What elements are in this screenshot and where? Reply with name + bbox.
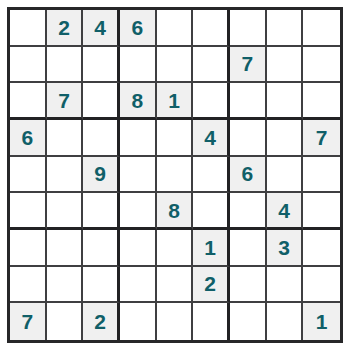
cell-r3c5[interactable]: 1: [157, 83, 194, 120]
cell-r3c4[interactable]: 8: [120, 83, 157, 120]
cell-r8c3[interactable]: [83, 267, 120, 304]
cell-r5c5[interactable]: [157, 157, 194, 194]
cell-r1c2[interactable]: 2: [47, 10, 84, 47]
cell-r8c6[interactable]: 2: [193, 267, 230, 304]
cell-r9c9[interactable]: 1: [303, 303, 340, 340]
cell-r4c5[interactable]: [157, 120, 194, 157]
cell-r3c8[interactable]: [267, 83, 304, 120]
cell-r8c5[interactable]: [157, 267, 194, 304]
cell-r5c2[interactable]: [47, 157, 84, 194]
cell-r4c8[interactable]: [267, 120, 304, 157]
cell-r5c6[interactable]: [193, 157, 230, 194]
cell-r7c7[interactable]: [230, 230, 267, 267]
cell-r7c6[interactable]: 1: [193, 230, 230, 267]
cell-r1c1[interactable]: [10, 10, 47, 47]
cell-r6c6[interactable]: [193, 193, 230, 230]
cell-r9c3[interactable]: 2: [83, 303, 120, 340]
cell-r1c7[interactable]: [230, 10, 267, 47]
cell-r4c1[interactable]: 6: [10, 120, 47, 157]
cell-r8c7[interactable]: [230, 267, 267, 304]
cell-r5c8[interactable]: [267, 157, 304, 194]
cell-r3c9[interactable]: [303, 83, 340, 120]
cell-r9c2[interactable]: [47, 303, 84, 340]
cell-r7c4[interactable]: [120, 230, 157, 267]
cell-r6c9[interactable]: [303, 193, 340, 230]
cell-r4c4[interactable]: [120, 120, 157, 157]
cell-r7c2[interactable]: [47, 230, 84, 267]
cell-r1c6[interactable]: [193, 10, 230, 47]
cell-r9c8[interactable]: [267, 303, 304, 340]
cell-r6c4[interactable]: [120, 193, 157, 230]
cell-r2c1[interactable]: [10, 47, 47, 84]
cell-r4c9[interactable]: 7: [303, 120, 340, 157]
cell-r4c2[interactable]: [47, 120, 84, 157]
cell-r7c5[interactable]: [157, 230, 194, 267]
cell-r1c5[interactable]: [157, 10, 194, 47]
cell-r2c4[interactable]: [120, 47, 157, 84]
cell-r3c3[interactable]: [83, 83, 120, 120]
cell-r6c7[interactable]: [230, 193, 267, 230]
cell-r7c9[interactable]: [303, 230, 340, 267]
cell-r2c6[interactable]: [193, 47, 230, 84]
cell-r1c9[interactable]: [303, 10, 340, 47]
cell-r6c1[interactable]: [10, 193, 47, 230]
cell-r8c8[interactable]: [267, 267, 304, 304]
cell-r4c7[interactable]: [230, 120, 267, 157]
cell-r9c4[interactable]: [120, 303, 157, 340]
cell-r9c1[interactable]: 7: [10, 303, 47, 340]
cell-r6c5[interactable]: 8: [157, 193, 194, 230]
cell-r7c3[interactable]: [83, 230, 120, 267]
cell-r5c7[interactable]: 6: [230, 157, 267, 194]
cell-r1c8[interactable]: [267, 10, 304, 47]
cell-r5c3[interactable]: 9: [83, 157, 120, 194]
cell-r9c5[interactable]: [157, 303, 194, 340]
cell-r5c1[interactable]: [10, 157, 47, 194]
cell-r7c1[interactable]: [10, 230, 47, 267]
cell-r4c3[interactable]: [83, 120, 120, 157]
cell-r3c7[interactable]: [230, 83, 267, 120]
page: 24677816479684132721: [0, 0, 350, 350]
cell-r6c3[interactable]: [83, 193, 120, 230]
cell-r6c8[interactable]: 4: [267, 193, 304, 230]
cell-r3c6[interactable]: [193, 83, 230, 120]
cell-r1c3[interactable]: 4: [83, 10, 120, 47]
cell-r7c8[interactable]: 3: [267, 230, 304, 267]
sudoku-board: 24677816479684132721: [7, 7, 343, 343]
cell-r9c7[interactable]: [230, 303, 267, 340]
cell-r2c7[interactable]: 7: [230, 47, 267, 84]
cell-r1c4[interactable]: 6: [120, 10, 157, 47]
cell-r3c2[interactable]: 7: [47, 83, 84, 120]
cell-r3c1[interactable]: [10, 83, 47, 120]
cell-r6c2[interactable]: [47, 193, 84, 230]
cell-r2c9[interactable]: [303, 47, 340, 84]
cell-r8c9[interactable]: [303, 267, 340, 304]
cell-r2c5[interactable]: [157, 47, 194, 84]
cell-r5c9[interactable]: [303, 157, 340, 194]
cell-r2c3[interactable]: [83, 47, 120, 84]
cell-r2c8[interactable]: [267, 47, 304, 84]
cell-r4c6[interactable]: 4: [193, 120, 230, 157]
cell-r8c2[interactable]: [47, 267, 84, 304]
cell-r2c2[interactable]: [47, 47, 84, 84]
cell-r8c1[interactable]: [10, 267, 47, 304]
cell-r8c4[interactable]: [120, 267, 157, 304]
cell-r9c6[interactable]: [193, 303, 230, 340]
cell-r5c4[interactable]: [120, 157, 157, 194]
